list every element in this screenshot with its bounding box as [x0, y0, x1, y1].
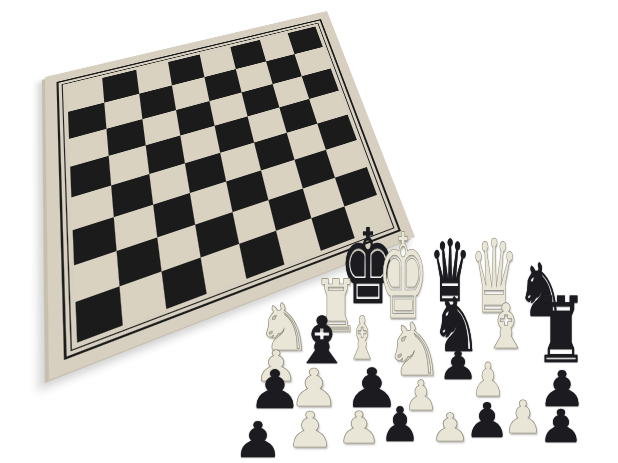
white-pawn-piece[interactable]: ♟ — [336, 406, 382, 450]
white-bishop-piece[interactable]: ♝ — [483, 296, 529, 358]
black-pawn-piece[interactable]: ♟ — [538, 404, 585, 450]
white-pawn-piece[interactable]: ♟ — [285, 406, 334, 455]
black-pawn-piece[interactable]: ♟ — [380, 400, 421, 448]
black-pawn-piece[interactable]: ♟ — [233, 416, 284, 463]
black-pawn-piece[interactable]: ♟ — [464, 396, 510, 444]
product-photo-stage: ♚♛♛♞♚♜♝♞♞♝♜♝♞♟♟♟♟♟♟♟♟♟♟♟♟♟♟♟♟ — [0, 0, 618, 463]
white-pawn-piece[interactable]: ♟ — [430, 408, 470, 447]
